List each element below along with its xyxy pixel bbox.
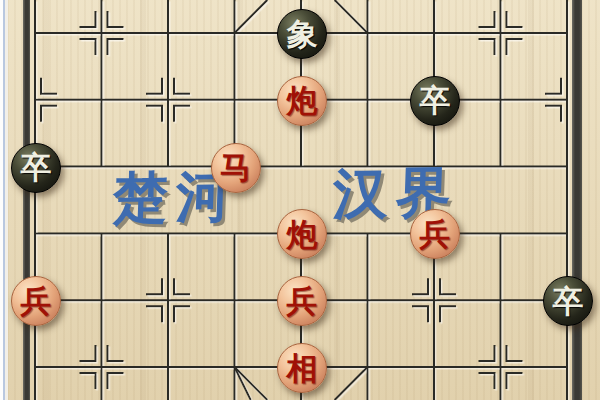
board-grid — [0, 0, 600, 400]
piece-glyph: 兵 — [21, 286, 52, 317]
piece-glyph: 相 — [287, 353, 318, 384]
piece-glyph: 兵 — [287, 286, 318, 317]
piece-glyph: 象 — [287, 19, 318, 50]
piece-glyph: 炮 — [287, 85, 318, 116]
piece-glyph: 卒 — [553, 286, 584, 317]
piece-glyph: 卒 — [21, 152, 52, 183]
piece-black-soldier[interactable]: 卒 — [11, 143, 61, 193]
piece-red-soldier[interactable]: 兵 — [11, 276, 61, 326]
piece-red-elephant[interactable]: 相 — [277, 343, 327, 393]
window-edge-strip — [0, 0, 8, 400]
piece-black-elephant[interactable]: 象 — [277, 9, 327, 59]
piece-red-soldier[interactable]: 兵 — [277, 276, 327, 326]
piece-glyph: 卒 — [420, 85, 451, 116]
piece-glyph: 兵 — [420, 219, 451, 250]
piece-black-soldier[interactable]: 卒 — [543, 276, 593, 326]
xiangqi-board[interactable]: 楚河 汉界 象炮卒卒马炮兵兵兵卒相 — [0, 0, 600, 400]
piece-red-horse[interactable]: 马 — [211, 143, 261, 193]
piece-black-soldier[interactable]: 卒 — [410, 76, 460, 126]
piece-glyph: 马 — [220, 152, 251, 183]
piece-red-cannon[interactable]: 炮 — [277, 76, 327, 126]
piece-glyph: 炮 — [287, 219, 318, 250]
